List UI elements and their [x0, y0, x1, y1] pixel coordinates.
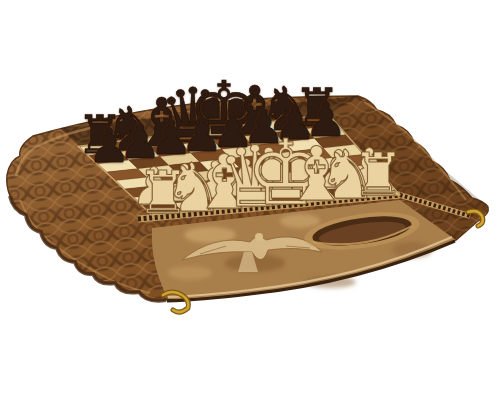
piece-black-queen-d8: ♛: [117, 79, 268, 155]
piece-black-pawn-e7: ♟: [185, 107, 280, 154]
piece-white-pawn-d2: ♟: [195, 153, 298, 204]
piece-white-pawn-h2: ♟: [318, 142, 421, 193]
piece-white-pawn-c2: ♟: [164, 155, 267, 206]
piece-black-knight-g8: ♞: [225, 79, 346, 140]
piece-black-pawn-h7: ♟: [278, 96, 373, 143]
piece-white-pawn-g2: ♟: [287, 144, 390, 195]
piece-white-rook-h1: ♜: [319, 145, 437, 204]
piece-black-pawn-f7: ♟: [216, 103, 311, 150]
piece-white-pawn-b2: ♟: [133, 158, 236, 209]
piece-black-pawn-g7: ♟: [247, 99, 342, 146]
piece-black-knight-b8: ♞: [70, 99, 191, 160]
piece-white-king-e1: ♚: [196, 128, 376, 218]
piece-white-bishop-c1: ♝: [150, 146, 299, 221]
piece-white-pawn-f2: ♟: [257, 147, 360, 198]
piece-white-queen-d1: ♛: [171, 135, 340, 219]
piece-black-pawn-c7: ♟: [123, 114, 218, 161]
piece-black-pawn-d7: ♟: [154, 111, 249, 158]
piece-black-pawn-a7: ♟: [62, 122, 157, 169]
piece-black-bishop-f8: ♝: [188, 78, 322, 145]
piece-white-knight-b1: ♞: [126, 154, 261, 222]
piece-white-rook-a1: ♜: [104, 163, 222, 222]
piece-white-pawn-e2: ♟: [226, 150, 329, 201]
product-photo-carved-chess-set: ♜♞♝♛♚♝♞♜♟♟♟♟♟♟♟♟♟♟♟♟♟♟♟♟♜♞♝♛♚♝♞♜: [0, 0, 500, 400]
piece-black-king-e8: ♚: [143, 71, 304, 152]
piece-black-pawn-b7: ♟: [93, 118, 188, 165]
pieces-layer: ♜♞♝♛♚♝♞♜♟♟♟♟♟♟♟♟♟♟♟♟♟♟♟♟♜♞♝♛♚♝♞♜: [0, 0, 500, 400]
piece-white-pawn-a2: ♟: [103, 161, 206, 212]
piece-black-bishop-c8: ♝: [95, 90, 229, 157]
piece-white-bishop-f1: ♝: [242, 138, 391, 213]
piece-black-rook-h8: ♜: [264, 82, 370, 135]
piece-white-knight-g1: ♞: [280, 141, 415, 209]
piece-black-rook-a8: ♜: [47, 109, 153, 162]
